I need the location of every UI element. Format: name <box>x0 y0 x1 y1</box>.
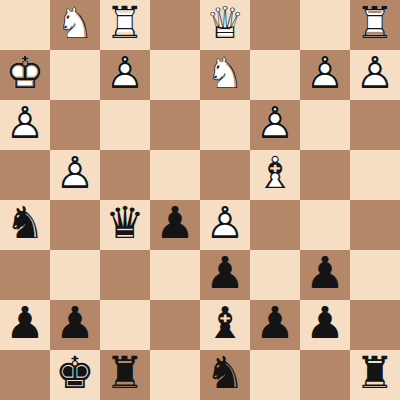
square-h4[interactable] <box>350 200 400 250</box>
square-d4[interactable]: ♟ <box>150 200 200 250</box>
black-knight-piece-glyph: ♞ <box>205 351 244 395</box>
square-b6[interactable] <box>50 100 100 150</box>
square-h5[interactable] <box>350 150 400 200</box>
white-knight-piece[interactable]: ♞♘ <box>50 0 100 50</box>
square-f8[interactable] <box>250 0 300 50</box>
black-pawn-piece[interactable]: ♟ <box>50 300 100 350</box>
black-pawn-piece-glyph: ♟ <box>305 251 344 295</box>
square-h2[interactable] <box>350 300 400 350</box>
square-d6[interactable] <box>150 100 200 150</box>
white-pawn-piece[interactable]: ♟♙ <box>50 150 100 200</box>
white-pawn-piece[interactable]: ♟♙ <box>300 50 350 100</box>
white-bishop-piece[interactable]: ♝♗ <box>250 150 300 200</box>
black-rook-piece[interactable]: ♜ <box>100 350 150 400</box>
square-c6[interactable] <box>100 100 150 150</box>
square-c5[interactable] <box>100 150 150 200</box>
square-f1[interactable] <box>250 350 300 400</box>
square-c4[interactable]: ♛ <box>100 200 150 250</box>
square-f6[interactable]: ♟♙ <box>250 100 300 150</box>
white-knight-piece-outline: ♘ <box>55 1 94 45</box>
black-knight-piece[interactable]: ♞ <box>200 350 250 400</box>
black-pawn-piece-glyph: ♟ <box>155 201 194 245</box>
white-knight-piece[interactable]: ♞♘ <box>200 50 250 100</box>
black-knight-piece[interactable]: ♞ <box>0 200 50 250</box>
white-king-piece-outline: ♔ <box>5 51 44 95</box>
square-h1[interactable]: ♜ <box>350 350 400 400</box>
black-pawn-piece[interactable]: ♟ <box>0 300 50 350</box>
square-d3[interactable] <box>150 250 200 300</box>
white-queen-piece[interactable]: ♛♕ <box>200 0 250 50</box>
white-pawn-piece-outline: ♙ <box>305 51 344 95</box>
square-d7[interactable] <box>150 50 200 100</box>
square-g4[interactable] <box>300 200 350 250</box>
white-pawn-piece-outline: ♙ <box>55 151 94 195</box>
white-rook-piece-outline: ♖ <box>105 1 144 45</box>
square-b4[interactable] <box>50 200 100 250</box>
square-a8[interactable] <box>0 0 50 50</box>
square-e4[interactable]: ♟♙ <box>200 200 250 250</box>
square-b5[interactable]: ♟♙ <box>50 150 100 200</box>
white-pawn-piece[interactable]: ♟♙ <box>350 50 400 100</box>
white-bishop-piece-outline: ♗ <box>255 151 294 195</box>
square-g6[interactable] <box>300 100 350 150</box>
square-h6[interactable] <box>350 100 400 150</box>
black-queen-piece[interactable]: ♛ <box>100 200 150 250</box>
white-pawn-piece[interactable]: ♟♙ <box>0 100 50 150</box>
black-pawn-piece[interactable]: ♟ <box>300 250 350 300</box>
square-e6[interactable] <box>200 100 250 150</box>
black-rook-piece[interactable]: ♜ <box>350 350 400 400</box>
square-f3[interactable] <box>250 250 300 300</box>
black-pawn-piece-glyph: ♟ <box>305 301 344 345</box>
square-h7[interactable]: ♟♙ <box>350 50 400 100</box>
square-d5[interactable] <box>150 150 200 200</box>
white-pawn-piece-outline: ♙ <box>105 51 144 95</box>
square-a1[interactable] <box>0 350 50 400</box>
square-a5[interactable] <box>0 150 50 200</box>
square-g3[interactable]: ♟ <box>300 250 350 300</box>
black-rook-piece-glyph: ♜ <box>105 351 144 395</box>
white-rook-piece[interactable]: ♜♖ <box>350 0 400 50</box>
square-g2[interactable]: ♟ <box>300 300 350 350</box>
black-pawn-piece-glyph: ♟ <box>5 301 44 345</box>
square-e5[interactable] <box>200 150 250 200</box>
white-pawn-piece[interactable]: ♟♙ <box>100 50 150 100</box>
black-pawn-piece[interactable]: ♟ <box>300 300 350 350</box>
black-bishop-piece-glyph: ♝ <box>205 301 244 345</box>
square-a6[interactable]: ♟♙ <box>0 100 50 150</box>
square-a4[interactable]: ♞ <box>0 200 50 250</box>
square-d8[interactable] <box>150 0 200 50</box>
square-a7[interactable]: ♚♔ <box>0 50 50 100</box>
black-king-piece[interactable]: ♚ <box>50 350 100 400</box>
black-knight-piece-glyph: ♞ <box>5 201 44 245</box>
square-g1[interactable] <box>300 350 350 400</box>
square-h8[interactable]: ♜♖ <box>350 0 400 50</box>
chess-board: ♞♘♜♖♛♕♜♖♚♔♟♙♞♘♟♙♟♙♟♙♟♙♟♙♝♗♞♛♟♟♙♟♟♟♟♝♟♟♚♜… <box>0 0 400 400</box>
square-c2[interactable] <box>100 300 150 350</box>
square-e8[interactable]: ♛♕ <box>200 0 250 50</box>
black-king-piece-glyph: ♚ <box>55 351 94 395</box>
square-g5[interactable] <box>300 150 350 200</box>
square-c3[interactable] <box>100 250 150 300</box>
square-e7[interactable]: ♞♘ <box>200 50 250 100</box>
black-pawn-piece-glyph: ♟ <box>205 251 244 295</box>
white-pawn-piece[interactable]: ♟♙ <box>250 100 300 150</box>
square-f4[interactable] <box>250 200 300 250</box>
square-d1[interactable] <box>150 350 200 400</box>
square-g8[interactable] <box>300 0 350 50</box>
square-g7[interactable]: ♟♙ <box>300 50 350 100</box>
square-e2[interactable]: ♝ <box>200 300 250 350</box>
black-pawn-piece[interactable]: ♟ <box>250 300 300 350</box>
square-b3[interactable] <box>50 250 100 300</box>
white-rook-piece-outline: ♖ <box>355 1 394 45</box>
square-a3[interactable] <box>0 250 50 300</box>
white-pawn-piece-outline: ♙ <box>255 101 294 145</box>
square-b8[interactable]: ♞♘ <box>50 0 100 50</box>
square-h3[interactable] <box>350 250 400 300</box>
square-c1[interactable]: ♜ <box>100 350 150 400</box>
white-pawn-piece-outline: ♙ <box>205 201 244 245</box>
black-bishop-piece[interactable]: ♝ <box>200 300 250 350</box>
white-knight-piece-outline: ♘ <box>205 51 244 95</box>
black-queen-piece-glyph: ♛ <box>105 201 144 245</box>
square-c8[interactable]: ♜♖ <box>100 0 150 50</box>
black-pawn-piece[interactable]: ♟ <box>200 250 250 300</box>
square-b7[interactable] <box>50 50 100 100</box>
white-king-piece[interactable]: ♚♔ <box>0 50 50 100</box>
square-f2[interactable]: ♟ <box>250 300 300 350</box>
square-d2[interactable] <box>150 300 200 350</box>
square-f5[interactable]: ♝♗ <box>250 150 300 200</box>
white-pawn-piece[interactable]: ♟♙ <box>200 200 250 250</box>
white-pawn-piece-outline: ♙ <box>355 51 394 95</box>
square-f7[interactable] <box>250 50 300 100</box>
square-b2[interactable]: ♟ <box>50 300 100 350</box>
black-pawn-piece-glyph: ♟ <box>255 301 294 345</box>
white-queen-piece-outline: ♕ <box>205 1 244 45</box>
square-e1[interactable]: ♞ <box>200 350 250 400</box>
white-rook-piece[interactable]: ♜♖ <box>100 0 150 50</box>
black-pawn-piece-glyph: ♟ <box>55 301 94 345</box>
square-a2[interactable]: ♟ <box>0 300 50 350</box>
black-pawn-piece[interactable]: ♟ <box>150 200 200 250</box>
square-e3[interactable]: ♟ <box>200 250 250 300</box>
square-b1[interactable]: ♚ <box>50 350 100 400</box>
white-pawn-piece-outline: ♙ <box>5 101 44 145</box>
black-rook-piece-glyph: ♜ <box>355 351 394 395</box>
square-c7[interactable]: ♟♙ <box>100 50 150 100</box>
